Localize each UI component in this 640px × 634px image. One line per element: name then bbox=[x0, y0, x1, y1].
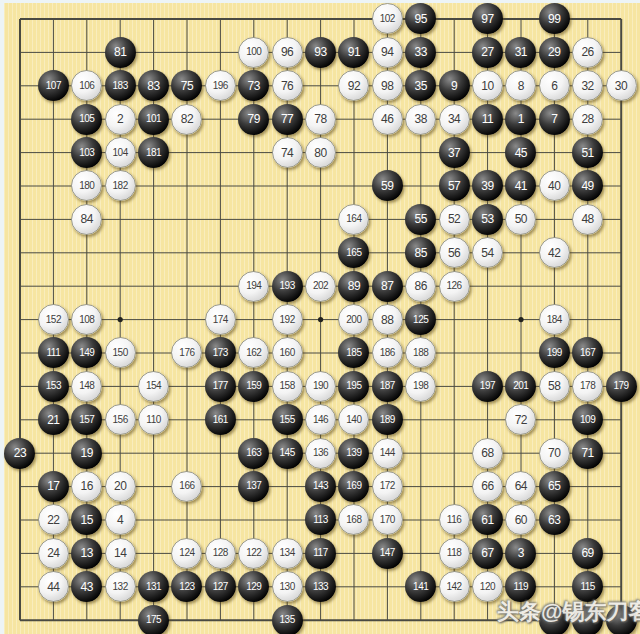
move-number: 167 bbox=[580, 348, 595, 358]
move-number: 147 bbox=[380, 548, 395, 558]
move-number: 178 bbox=[580, 381, 595, 391]
white-stone: 22 bbox=[38, 504, 69, 535]
move-number: 35 bbox=[414, 80, 426, 92]
move-number: 75 bbox=[181, 80, 193, 92]
white-stone: 30 bbox=[606, 70, 637, 101]
white-stone: 14 bbox=[105, 538, 136, 569]
white-stone: 8 bbox=[505, 70, 536, 101]
move-number: 131 bbox=[146, 582, 161, 592]
black-stone: 167 bbox=[572, 337, 603, 368]
white-stone: 154 bbox=[138, 371, 169, 402]
black-stone: 107 bbox=[38, 70, 69, 101]
move-number: 128 bbox=[213, 548, 228, 558]
white-stone: 28 bbox=[572, 104, 603, 135]
move-number: 94 bbox=[381, 46, 393, 58]
move-number: 126 bbox=[446, 281, 461, 291]
move-number: 189 bbox=[380, 415, 395, 425]
move-number: 32 bbox=[581, 80, 593, 92]
move-number: 4 bbox=[117, 514, 123, 526]
move-number: 61 bbox=[481, 514, 493, 526]
move-number: 142 bbox=[446, 582, 461, 592]
white-stone: 84 bbox=[71, 204, 102, 235]
black-stone: 27 bbox=[472, 37, 503, 68]
move-number: 15 bbox=[81, 514, 93, 526]
move-number: 82 bbox=[181, 113, 193, 125]
white-stone: 158 bbox=[272, 371, 303, 402]
white-stone: 202 bbox=[305, 271, 336, 302]
white-stone: 136 bbox=[305, 438, 336, 469]
move-number: 77 bbox=[281, 113, 293, 125]
move-number: 152 bbox=[46, 315, 61, 325]
move-number: 38 bbox=[414, 113, 426, 125]
move-number: 161 bbox=[213, 415, 228, 425]
black-stone: 149 bbox=[71, 337, 102, 368]
black-stone: 11 bbox=[472, 104, 503, 135]
white-stone: 24 bbox=[38, 538, 69, 569]
move-number: 99 bbox=[548, 13, 560, 25]
move-number: 71 bbox=[581, 447, 593, 459]
white-stone: 56 bbox=[439, 237, 470, 268]
move-number: 11 bbox=[482, 113, 493, 125]
move-number: 28 bbox=[581, 113, 593, 125]
black-stone: 189 bbox=[372, 404, 403, 435]
black-stone: 201 bbox=[505, 371, 536, 402]
move-number: 87 bbox=[381, 280, 393, 292]
move-number: 24 bbox=[47, 547, 59, 559]
move-number: 200 bbox=[346, 315, 361, 325]
black-stone: 15 bbox=[71, 504, 102, 535]
black-stone: 175 bbox=[138, 605, 169, 634]
white-stone: 134 bbox=[272, 538, 303, 569]
move-number: 98 bbox=[381, 80, 393, 92]
move-number: 29 bbox=[548, 46, 560, 58]
black-stone: 7 bbox=[539, 104, 570, 135]
white-stone: 160 bbox=[272, 337, 303, 368]
move-number: 202 bbox=[313, 281, 328, 291]
white-stone: 116 bbox=[439, 504, 470, 535]
black-stone: 133 bbox=[305, 571, 336, 602]
move-number: 160 bbox=[280, 348, 295, 358]
move-number: 107 bbox=[46, 81, 61, 91]
move-number: 164 bbox=[346, 214, 361, 224]
black-stone: 43 bbox=[71, 571, 102, 602]
black-stone: 125 bbox=[405, 304, 436, 335]
white-stone: 72 bbox=[505, 404, 536, 435]
black-stone: 17 bbox=[38, 471, 69, 502]
white-stone: 82 bbox=[171, 104, 202, 135]
move-number: 173 bbox=[213, 348, 228, 358]
move-number: 123 bbox=[179, 582, 194, 592]
white-stone: 200 bbox=[338, 304, 369, 335]
move-number: 176 bbox=[179, 348, 194, 358]
move-number: 27 bbox=[481, 46, 493, 58]
white-stone: 86 bbox=[405, 271, 436, 302]
white-stone: 108 bbox=[71, 304, 102, 335]
move-number: 45 bbox=[515, 147, 527, 159]
move-number: 187 bbox=[380, 381, 395, 391]
move-number: 51 bbox=[581, 147, 593, 159]
move-number: 20 bbox=[114, 480, 126, 492]
move-number: 7 bbox=[551, 113, 557, 125]
move-number: 186 bbox=[380, 348, 395, 358]
move-number: 136 bbox=[313, 448, 328, 458]
white-stone: 80 bbox=[305, 137, 336, 168]
move-number: 108 bbox=[79, 315, 94, 325]
white-stone: 126 bbox=[439, 271, 470, 302]
move-number: 118 bbox=[447, 548, 461, 558]
white-stone: 78 bbox=[305, 104, 336, 135]
white-stone: 88 bbox=[372, 304, 403, 335]
black-stone: 45 bbox=[505, 137, 536, 168]
black-stone: 165 bbox=[338, 237, 369, 268]
white-stone: 66 bbox=[472, 471, 503, 502]
move-number: 120 bbox=[480, 582, 495, 592]
move-number: 3 bbox=[518, 547, 524, 559]
black-stone: 61 bbox=[472, 504, 503, 535]
white-stone: 106 bbox=[71, 70, 102, 101]
move-number: 49 bbox=[581, 180, 593, 192]
move-number: 65 bbox=[548, 480, 560, 492]
black-stone: 19 bbox=[71, 438, 102, 469]
black-stone: 31 bbox=[505, 37, 536, 68]
white-stone: 42 bbox=[539, 237, 570, 268]
move-number: 23 bbox=[14, 447, 26, 459]
move-number: 195 bbox=[346, 381, 361, 391]
move-number: 179 bbox=[613, 381, 628, 391]
move-number: 139 bbox=[346, 448, 361, 458]
move-number: 146 bbox=[313, 415, 328, 425]
white-stone: 198 bbox=[405, 371, 436, 402]
white-stone: 96 bbox=[272, 37, 303, 68]
white-stone: 172 bbox=[372, 471, 403, 502]
move-number: 88 bbox=[381, 314, 393, 326]
move-number: 40 bbox=[548, 180, 560, 192]
white-stone: 194 bbox=[238, 271, 269, 302]
move-number: 149 bbox=[79, 348, 94, 358]
move-number: 17 bbox=[47, 480, 59, 492]
white-stone: 100 bbox=[238, 37, 269, 68]
move-number: 115 bbox=[580, 582, 594, 592]
black-stone: 145 bbox=[272, 438, 303, 469]
move-number: 111 bbox=[47, 348, 61, 358]
move-number: 79 bbox=[248, 113, 260, 125]
move-number: 50 bbox=[515, 213, 527, 225]
white-stone: 16 bbox=[71, 471, 102, 502]
black-stone: 109 bbox=[572, 404, 603, 435]
white-stone: 178 bbox=[572, 371, 603, 402]
move-number: 184 bbox=[547, 315, 562, 325]
move-number: 127 bbox=[213, 582, 228, 592]
black-stone: 159 bbox=[238, 371, 269, 402]
white-stone: 54 bbox=[472, 237, 503, 268]
move-number: 14 bbox=[114, 547, 126, 559]
black-stone: 21 bbox=[38, 404, 69, 435]
black-stone: 77 bbox=[272, 104, 303, 135]
move-number: 165 bbox=[346, 248, 361, 258]
move-number: 169 bbox=[346, 481, 361, 491]
black-stone: 75 bbox=[171, 70, 202, 101]
black-stone: 199 bbox=[539, 337, 570, 368]
white-stone: 52 bbox=[439, 204, 470, 235]
move-number: 97 bbox=[481, 13, 493, 25]
white-stone: 68 bbox=[472, 438, 503, 469]
move-number: 52 bbox=[448, 213, 460, 225]
move-number: 116 bbox=[447, 515, 461, 525]
move-number: 16 bbox=[81, 480, 93, 492]
white-stone: 192 bbox=[272, 304, 303, 335]
white-stone: 148 bbox=[71, 371, 102, 402]
white-stone: 124 bbox=[171, 538, 202, 569]
black-stone: 141 bbox=[405, 571, 436, 602]
move-number: 163 bbox=[246, 448, 261, 458]
white-stone: 74 bbox=[272, 137, 303, 168]
move-number: 13 bbox=[81, 547, 93, 559]
white-stone: 76 bbox=[272, 70, 303, 101]
move-number: 197 bbox=[480, 381, 495, 391]
black-stone: 35 bbox=[405, 70, 436, 101]
move-number: 182 bbox=[113, 181, 128, 191]
move-number: 68 bbox=[481, 447, 493, 459]
black-stone: 41 bbox=[505, 170, 536, 201]
move-number: 104 bbox=[113, 148, 128, 158]
black-stone: 173 bbox=[205, 337, 236, 368]
white-stone: 188 bbox=[405, 337, 436, 368]
black-stone: 155 bbox=[272, 404, 303, 435]
white-stone: 176 bbox=[171, 337, 202, 368]
move-number: 21 bbox=[47, 414, 59, 426]
black-stone: 113 bbox=[305, 504, 336, 535]
black-stone: 161 bbox=[205, 404, 236, 435]
white-stone: 46 bbox=[372, 104, 403, 135]
move-number: 145 bbox=[280, 448, 295, 458]
white-stone: 104 bbox=[105, 137, 136, 168]
move-number: 157 bbox=[79, 415, 94, 425]
black-stone: 59 bbox=[372, 170, 403, 201]
white-stone: 58 bbox=[539, 371, 570, 402]
black-stone: 105 bbox=[71, 104, 102, 135]
move-number: 130 bbox=[280, 582, 295, 592]
black-stone: 89 bbox=[338, 271, 369, 302]
white-stone: 146 bbox=[305, 404, 336, 435]
move-number: 92 bbox=[348, 80, 360, 92]
black-stone: 143 bbox=[305, 471, 336, 502]
move-number: 132 bbox=[113, 582, 128, 592]
move-number: 67 bbox=[481, 547, 493, 559]
white-stone: 38 bbox=[405, 104, 436, 135]
black-stone: 157 bbox=[71, 404, 102, 435]
move-number: 144 bbox=[380, 448, 395, 458]
move-number: 141 bbox=[413, 582, 428, 592]
move-number: 9 bbox=[451, 80, 457, 92]
black-stone: 95 bbox=[405, 3, 436, 34]
white-stone: 98 bbox=[372, 70, 403, 101]
move-number: 168 bbox=[346, 515, 361, 525]
black-stone: 79 bbox=[238, 104, 269, 135]
black-stone: 55 bbox=[405, 204, 436, 235]
move-number: 53 bbox=[481, 213, 493, 225]
move-number: 55 bbox=[414, 213, 426, 225]
move-number: 135 bbox=[280, 615, 295, 625]
move-number: 156 bbox=[113, 415, 128, 425]
stones-layer: 1029597998110096939194332731292610710618… bbox=[3, 2, 637, 634]
move-number: 188 bbox=[413, 348, 428, 358]
move-number: 37 bbox=[448, 147, 460, 159]
move-number: 34 bbox=[448, 113, 460, 125]
move-number: 33 bbox=[414, 46, 426, 58]
white-stone: 44 bbox=[38, 571, 69, 602]
move-number: 60 bbox=[515, 514, 527, 526]
black-stone: 187 bbox=[372, 371, 403, 402]
black-stone: 39 bbox=[472, 170, 503, 201]
move-number: 117 bbox=[313, 548, 327, 558]
white-stone: 50 bbox=[505, 204, 536, 235]
move-number: 76 bbox=[281, 80, 293, 92]
move-number: 105 bbox=[79, 114, 94, 124]
black-stone: 169 bbox=[338, 471, 369, 502]
white-stone: 166 bbox=[171, 471, 202, 502]
move-number: 119 bbox=[514, 582, 528, 592]
move-number: 31 bbox=[515, 46, 527, 58]
white-stone: 94 bbox=[372, 37, 403, 68]
white-stone: 122 bbox=[238, 538, 269, 569]
white-stone: 184 bbox=[539, 304, 570, 335]
black-stone: 3 bbox=[505, 538, 536, 569]
move-number: 192 bbox=[280, 315, 295, 325]
black-stone: 85 bbox=[405, 237, 436, 268]
black-stone: 49 bbox=[572, 170, 603, 201]
white-stone: 170 bbox=[372, 504, 403, 535]
move-number: 201 bbox=[513, 381, 528, 391]
white-stone: 20 bbox=[105, 471, 136, 502]
black-stone: 83 bbox=[138, 70, 169, 101]
black-stone: 197 bbox=[472, 371, 503, 402]
move-number: 134 bbox=[280, 548, 295, 558]
move-number: 43 bbox=[81, 581, 93, 593]
move-number: 140 bbox=[346, 415, 361, 425]
move-number: 96 bbox=[281, 46, 293, 58]
black-stone: 57 bbox=[439, 170, 470, 201]
move-number: 172 bbox=[380, 481, 395, 491]
white-stone: 92 bbox=[338, 70, 369, 101]
white-stone: 4 bbox=[105, 504, 136, 535]
white-stone: 164 bbox=[338, 204, 369, 235]
move-number: 174 bbox=[213, 315, 228, 325]
white-stone: 196 bbox=[205, 70, 236, 101]
black-stone: 123 bbox=[171, 571, 202, 602]
black-stone: 71 bbox=[572, 438, 603, 469]
white-stone: 144 bbox=[372, 438, 403, 469]
move-number: 73 bbox=[248, 80, 260, 92]
black-stone: 139 bbox=[338, 438, 369, 469]
white-stone: 156 bbox=[105, 404, 136, 435]
move-number: 175 bbox=[146, 615, 161, 625]
move-number: 198 bbox=[413, 381, 428, 391]
move-number: 113 bbox=[313, 515, 327, 525]
black-stone: 13 bbox=[71, 538, 102, 569]
white-stone: 70 bbox=[539, 438, 570, 469]
move-number: 80 bbox=[314, 147, 326, 159]
black-stone: 129 bbox=[238, 571, 269, 602]
white-stone: 162 bbox=[238, 337, 269, 368]
white-stone: 110 bbox=[138, 404, 169, 435]
white-stone: 130 bbox=[272, 571, 303, 602]
move-number: 154 bbox=[146, 381, 161, 391]
black-stone: 73 bbox=[238, 70, 269, 101]
black-stone: 65 bbox=[539, 471, 570, 502]
white-stone: 26 bbox=[572, 37, 603, 68]
move-number: 101 bbox=[146, 114, 161, 124]
move-number: 84 bbox=[81, 213, 93, 225]
move-number: 153 bbox=[46, 381, 61, 391]
black-stone: 91 bbox=[338, 37, 369, 68]
move-number: 194 bbox=[246, 281, 261, 291]
black-stone: 23 bbox=[4, 438, 35, 469]
black-stone: 185 bbox=[338, 337, 369, 368]
white-stone: 34 bbox=[439, 104, 470, 135]
white-stone: 118 bbox=[439, 538, 470, 569]
move-number: 48 bbox=[581, 213, 593, 225]
move-number: 30 bbox=[615, 80, 627, 92]
move-number: 122 bbox=[246, 548, 261, 558]
black-stone: 111 bbox=[38, 337, 69, 368]
black-stone: 81 bbox=[105, 37, 136, 68]
black-stone: 195 bbox=[338, 371, 369, 402]
black-stone: 103 bbox=[71, 137, 102, 168]
move-number: 39 bbox=[481, 180, 493, 192]
move-number: 78 bbox=[314, 113, 326, 125]
black-stone: 163 bbox=[238, 438, 269, 469]
move-number: 110 bbox=[146, 415, 160, 425]
white-stone: 128 bbox=[205, 538, 236, 569]
move-number: 81 bbox=[114, 46, 126, 58]
move-number: 106 bbox=[79, 81, 94, 91]
move-number: 180 bbox=[79, 181, 94, 191]
white-stone: 64 bbox=[505, 471, 536, 502]
move-number: 1 bbox=[518, 113, 524, 125]
white-stone: 2 bbox=[105, 104, 136, 135]
black-stone: 1 bbox=[505, 104, 536, 135]
move-number: 93 bbox=[314, 46, 326, 58]
move-number: 133 bbox=[313, 582, 328, 592]
move-number: 177 bbox=[213, 381, 228, 391]
white-stone: 142 bbox=[439, 571, 470, 602]
white-stone: 102 bbox=[372, 3, 403, 34]
black-stone: 67 bbox=[472, 538, 503, 569]
move-number: 83 bbox=[147, 80, 159, 92]
black-stone: 93 bbox=[305, 37, 336, 68]
move-number: 85 bbox=[414, 247, 426, 259]
move-number: 58 bbox=[548, 380, 560, 392]
move-number: 2 bbox=[117, 113, 123, 125]
move-number: 26 bbox=[581, 46, 593, 58]
black-stone: 9 bbox=[439, 70, 470, 101]
move-number: 6 bbox=[551, 80, 557, 92]
white-stone: 150 bbox=[105, 337, 136, 368]
white-stone: 132 bbox=[105, 571, 136, 602]
move-number: 74 bbox=[281, 147, 293, 159]
move-number: 70 bbox=[548, 447, 560, 459]
black-stone: 137 bbox=[238, 471, 269, 502]
move-number: 57 bbox=[448, 180, 460, 192]
black-stone: 183 bbox=[105, 70, 136, 101]
move-number: 72 bbox=[515, 414, 527, 426]
white-stone: 32 bbox=[572, 70, 603, 101]
move-number: 143 bbox=[313, 481, 328, 491]
black-stone: 29 bbox=[539, 37, 570, 68]
move-number: 183 bbox=[113, 81, 128, 91]
black-stone: 63 bbox=[539, 504, 570, 535]
move-number: 181 bbox=[146, 148, 161, 158]
